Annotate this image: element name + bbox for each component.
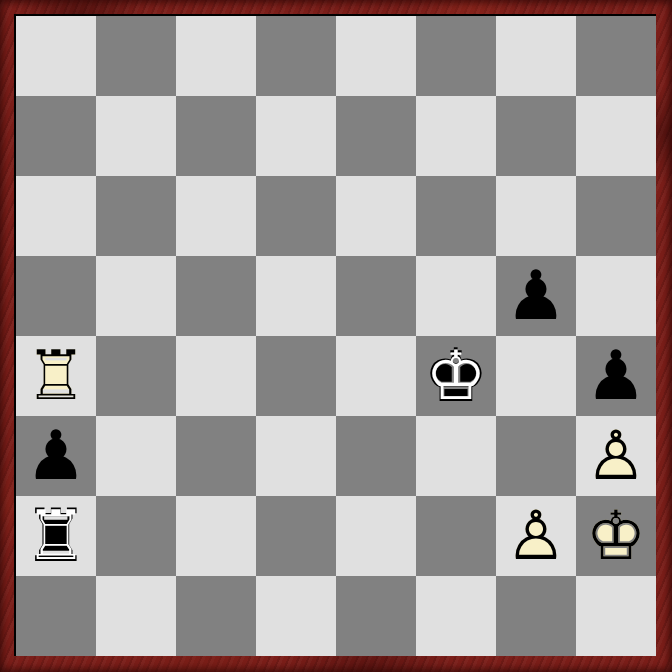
square-b4[interactable] xyxy=(96,336,176,416)
board-edge: ♟♜♖♚♔♟♟♟♙♜♖♟♙♚♔ xyxy=(14,14,656,656)
square-a6[interactable] xyxy=(16,176,96,256)
square-d8[interactable] xyxy=(256,16,336,96)
square-e6[interactable] xyxy=(336,176,416,256)
square-h3[interactable]: ♟♙ xyxy=(576,416,656,496)
square-d7[interactable] xyxy=(256,96,336,176)
square-e8[interactable] xyxy=(336,16,416,96)
square-c7[interactable] xyxy=(176,96,256,176)
square-g5[interactable]: ♟ xyxy=(496,256,576,336)
square-b7[interactable] xyxy=(96,96,176,176)
piece-outline: ♙ xyxy=(496,496,576,576)
square-d2[interactable] xyxy=(256,496,336,576)
square-b5[interactable] xyxy=(96,256,176,336)
square-f2[interactable] xyxy=(416,496,496,576)
square-f7[interactable] xyxy=(416,96,496,176)
square-g1[interactable] xyxy=(496,576,576,656)
square-b8[interactable] xyxy=(96,16,176,96)
square-a7[interactable] xyxy=(16,96,96,176)
square-h2[interactable]: ♚♔ xyxy=(576,496,656,576)
square-e1[interactable] xyxy=(336,576,416,656)
piece-outline: ♙ xyxy=(576,416,656,496)
piece-outline: ♔ xyxy=(576,496,656,576)
square-a4[interactable]: ♜♖ xyxy=(16,336,96,416)
square-a3[interactable]: ♟ xyxy=(16,416,96,496)
square-g8[interactable] xyxy=(496,16,576,96)
square-f6[interactable] xyxy=(416,176,496,256)
white-rook[interactable]: ♜♖ xyxy=(16,336,96,416)
square-a2[interactable]: ♜♖ xyxy=(16,496,96,576)
square-c2[interactable] xyxy=(176,496,256,576)
square-h8[interactable] xyxy=(576,16,656,96)
black-pawn[interactable]: ♟ xyxy=(16,416,96,496)
black-pawn[interactable]: ♟ xyxy=(576,336,656,416)
square-g2[interactable]: ♟♙ xyxy=(496,496,576,576)
square-e3[interactable] xyxy=(336,416,416,496)
square-c5[interactable] xyxy=(176,256,256,336)
square-c1[interactable] xyxy=(176,576,256,656)
square-f3[interactable] xyxy=(416,416,496,496)
square-b1[interactable] xyxy=(96,576,176,656)
piece-outline: ♖ xyxy=(16,496,96,576)
square-e2[interactable] xyxy=(336,496,416,576)
square-g7[interactable] xyxy=(496,96,576,176)
square-a8[interactable] xyxy=(16,16,96,96)
white-pawn[interactable]: ♟♙ xyxy=(576,416,656,496)
piece-outline: ♔ xyxy=(416,336,496,416)
square-b6[interactable] xyxy=(96,176,176,256)
square-e5[interactable] xyxy=(336,256,416,336)
square-d5[interactable] xyxy=(256,256,336,336)
square-c8[interactable] xyxy=(176,16,256,96)
square-b2[interactable] xyxy=(96,496,176,576)
square-h6[interactable] xyxy=(576,176,656,256)
square-c4[interactable] xyxy=(176,336,256,416)
square-d4[interactable] xyxy=(256,336,336,416)
piece-fill: ♟ xyxy=(576,336,656,416)
white-pawn[interactable]: ♟♙ xyxy=(496,496,576,576)
chess-app: ♟♜♖♚♔♟♟♟♙♜♖♟♙♚♔ xyxy=(0,0,672,672)
piece-fill: ♟ xyxy=(16,416,96,496)
square-d6[interactable] xyxy=(256,176,336,256)
square-g4[interactable] xyxy=(496,336,576,416)
square-g3[interactable] xyxy=(496,416,576,496)
square-d3[interactable] xyxy=(256,416,336,496)
white-king[interactable]: ♚♔ xyxy=(576,496,656,576)
square-a1[interactable] xyxy=(16,576,96,656)
square-h7[interactable] xyxy=(576,96,656,176)
square-h5[interactable] xyxy=(576,256,656,336)
square-f5[interactable] xyxy=(416,256,496,336)
black-pawn[interactable]: ♟ xyxy=(496,256,576,336)
square-b3[interactable] xyxy=(96,416,176,496)
black-rook[interactable]: ♜♖ xyxy=(16,496,96,576)
square-e7[interactable] xyxy=(336,96,416,176)
square-f4[interactable]: ♚♔ xyxy=(416,336,496,416)
piece-outline: ♖ xyxy=(16,336,96,416)
chess-board: ♟♜♖♚♔♟♟♟♙♜♖♟♙♚♔ xyxy=(16,16,656,656)
square-d1[interactable] xyxy=(256,576,336,656)
square-h4[interactable]: ♟ xyxy=(576,336,656,416)
square-f1[interactable] xyxy=(416,576,496,656)
square-g6[interactable] xyxy=(496,176,576,256)
square-a5[interactable] xyxy=(16,256,96,336)
square-c3[interactable] xyxy=(176,416,256,496)
black-king[interactable]: ♚♔ xyxy=(416,336,496,416)
square-h1[interactable] xyxy=(576,576,656,656)
piece-fill: ♟ xyxy=(496,256,576,336)
square-f8[interactable] xyxy=(416,16,496,96)
square-c6[interactable] xyxy=(176,176,256,256)
square-e4[interactable] xyxy=(336,336,416,416)
